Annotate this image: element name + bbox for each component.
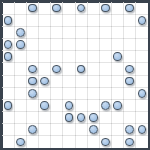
cell-r7c8[interactable] [88,76,99,87]
cell-r3c10[interactable] [112,27,123,38]
cell-r10c9[interactable] [100,112,111,123]
blue-stone[interactable] [101,101,110,110]
cell-r4c7[interactable] [76,39,87,50]
blue-stone[interactable] [4,40,13,49]
cell-r4c10[interactable] [112,39,123,50]
cell-r1c6[interactable] [63,3,74,14]
cell-r4c5[interactable] [51,39,62,50]
blue-stone[interactable] [40,77,49,86]
cell-r1c9[interactable] [100,3,111,14]
cell-r7c3[interactable] [27,76,38,87]
blue-stone[interactable] [138,125,147,134]
cell-r9c10[interactable] [112,100,123,111]
cell-r5c4[interactable] [39,51,50,62]
cell-r12c5[interactable] [51,136,62,147]
blue-stone[interactable] [28,4,37,13]
cell-r8c10[interactable] [112,88,123,99]
cell-r2c11[interactable] [124,15,135,26]
cell-r6c7[interactable] [76,63,87,74]
blue-stone[interactable] [16,40,25,49]
cell-r11c3[interactable] [27,124,38,135]
cell-r8c3[interactable] [27,88,38,99]
cell-r2c9[interactable] [100,15,111,26]
cell-r3c11[interactable] [124,27,135,38]
cell-r11c12[interactable] [136,124,147,135]
cell-r5c12[interactable] [136,51,147,62]
cell-r3c8[interactable] [88,27,99,38]
cell-r7c4[interactable] [39,76,50,87]
cell-r4c1[interactable] [3,39,14,50]
cell-r12c12[interactable] [136,136,147,147]
cell-r5c9[interactable] [100,51,111,62]
blue-stone[interactable] [89,113,98,122]
cell-r6c10[interactable] [112,63,123,74]
cell-r1c12[interactable] [136,3,147,14]
cell-r5c2[interactable] [15,51,26,62]
cell-r11c2[interactable] [15,124,26,135]
cell-r4c4[interactable] [39,39,50,50]
cell-r2c5[interactable] [51,15,62,26]
cell-r8c6[interactable] [63,88,74,99]
cell-r3c4[interactable] [39,27,50,38]
cell-r7c1[interactable] [3,76,14,87]
cell-r2c8[interactable] [88,15,99,26]
cell-r10c1[interactable] [3,112,14,123]
blue-stone[interactable] [101,138,110,147]
cell-r5c7[interactable] [76,51,87,62]
cell-r11c11[interactable] [124,124,135,135]
cell-r3c3[interactable] [27,27,38,38]
cell-r4c6[interactable] [63,39,74,50]
cell-r2c12[interactable] [136,15,147,26]
cell-r6c3[interactable] [27,63,38,74]
cell-r6c6[interactable] [63,63,74,74]
cell-r2c4[interactable] [39,15,50,26]
cell-r6c11[interactable] [124,63,135,74]
cell-r3c12[interactable] [136,27,147,38]
cell-r2c7[interactable] [76,15,87,26]
cell-r5c10[interactable] [112,51,123,62]
blue-stone[interactable] [125,4,134,13]
cell-r7c7[interactable] [76,76,87,87]
blue-stone[interactable] [4,101,13,110]
cell-r6c4[interactable] [39,63,50,74]
cell-r2c1[interactable] [3,15,14,26]
cell-r12c2[interactable] [15,136,26,147]
cell-r5c1[interactable] [3,51,14,62]
cell-r12c8[interactable] [88,136,99,147]
cell-r1c8[interactable] [88,3,99,14]
cell-r2c2[interactable] [15,15,26,26]
cell-r9c5[interactable] [51,100,62,111]
cell-r8c9[interactable] [100,88,111,99]
cell-r9c6[interactable] [63,100,74,111]
cell-r5c8[interactable] [88,51,99,62]
cell-r8c7[interactable] [76,88,87,99]
cell-r7c11[interactable] [124,76,135,87]
cell-r7c5[interactable] [51,76,62,87]
blue-stone[interactable] [65,101,74,110]
cell-r6c5[interactable] [51,63,62,74]
cell-r4c11[interactable] [124,39,135,50]
cell-r5c5[interactable] [51,51,62,62]
cell-r7c2[interactable] [15,76,26,87]
cell-r3c2[interactable] [15,27,26,38]
cell-r7c9[interactable] [100,76,111,87]
cell-r8c4[interactable] [39,88,50,99]
cell-r6c8[interactable] [88,63,99,74]
cell-r3c9[interactable] [100,27,111,38]
cell-r10c10[interactable] [112,112,123,123]
cell-r3c6[interactable] [63,27,74,38]
cell-r12c7[interactable] [76,136,87,147]
cell-r1c11[interactable] [124,3,135,14]
cell-r4c8[interactable] [88,39,99,50]
cell-r11c6[interactable] [63,124,74,135]
cell-r2c6[interactable] [63,15,74,26]
cell-r6c1[interactable] [3,63,14,74]
cell-r8c12[interactable] [136,88,147,99]
cell-r12c4[interactable] [39,136,50,147]
cell-r6c2[interactable] [15,63,26,74]
cell-r7c12[interactable] [136,76,147,87]
blue-stone[interactable] [113,101,122,110]
cell-r7c10[interactable] [112,76,123,87]
cell-r8c5[interactable] [51,88,62,99]
cell-r3c7[interactable] [76,27,87,38]
cell-r11c5[interactable] [51,124,62,135]
cell-r10c3[interactable] [27,112,38,123]
cell-r11c10[interactable] [112,124,123,135]
cell-r11c1[interactable] [3,124,14,135]
cell-r12c9[interactable] [100,136,111,147]
cell-r9c3[interactable] [27,100,38,111]
blue-stone[interactable] [125,125,134,134]
cell-r12c10[interactable] [112,136,123,147]
cell-r3c5[interactable] [51,27,62,38]
blue-stone[interactable] [125,77,134,86]
cell-r9c4[interactable] [39,100,50,111]
cell-r9c8[interactable] [88,100,99,111]
blue-stone[interactable] [138,16,147,25]
cell-r8c1[interactable] [3,88,14,99]
blue-stone[interactable] [77,4,86,13]
blue-stone[interactable] [16,138,25,147]
cell-r1c10[interactable] [112,3,123,14]
cell-r2c3[interactable] [27,15,38,26]
cell-r1c7[interactable] [76,3,87,14]
blue-stone[interactable] [40,101,49,110]
cell-r9c9[interactable] [100,100,111,111]
cell-r2c10[interactable] [112,15,123,26]
cell-r10c5[interactable] [51,112,62,123]
blue-stone[interactable] [125,65,134,74]
cell-r9c1[interactable] [3,100,14,111]
cell-r8c2[interactable] [15,88,26,99]
cell-r12c1[interactable] [3,136,14,147]
cell-r11c4[interactable] [39,124,50,135]
cell-r4c3[interactable] [27,39,38,50]
cell-r10c12[interactable] [136,112,147,123]
blue-stone[interactable] [138,89,147,98]
cell-r11c8[interactable] [88,124,99,135]
cell-r1c5[interactable] [51,3,62,14]
cell-r4c12[interactable] [136,39,147,50]
cell-r11c7[interactable] [76,124,87,135]
blue-stone[interactable] [28,77,37,86]
cell-r12c3[interactable] [27,136,38,147]
blue-stone[interactable] [4,16,13,25]
cell-r8c11[interactable] [124,88,135,99]
blue-stone[interactable] [77,113,86,122]
blue-stone[interactable] [52,4,61,13]
cell-r10c11[interactable] [124,112,135,123]
cell-r9c12[interactable] [136,100,147,111]
cell-r1c4[interactable] [39,3,50,14]
cell-r9c7[interactable] [76,100,87,111]
blue-stone[interactable] [28,125,37,134]
blue-stone[interactable] [77,65,86,74]
cell-r9c2[interactable] [15,100,26,111]
cell-r4c2[interactable] [15,39,26,50]
puzzle-board [0,0,150,150]
blue-stone[interactable] [4,52,13,61]
cell-r5c3[interactable] [27,51,38,62]
blue-stone[interactable] [125,138,134,147]
cell-r4c9[interactable] [100,39,111,50]
cell-r5c6[interactable] [63,51,74,62]
blue-stone[interactable] [52,65,61,74]
cell-r10c6[interactable] [63,112,74,123]
cell-r9c11[interactable] [124,100,135,111]
cell-r1c3[interactable] [27,3,38,14]
cell-r11c9[interactable] [100,124,111,135]
cell-r7c6[interactable] [63,76,74,87]
cell-r10c7[interactable] [76,112,87,123]
cell-r6c9[interactable] [100,63,111,74]
cell-r6c12[interactable] [136,63,147,74]
blue-stone[interactable] [89,125,98,134]
cell-r8c8[interactable] [88,88,99,99]
cell-r10c4[interactable] [39,112,50,123]
blue-stone[interactable] [113,52,122,61]
blue-stone[interactable] [28,89,37,98]
cell-r1c1[interactable] [3,3,14,14]
blue-stone[interactable] [65,113,74,122]
cell-r1c2[interactable] [15,3,26,14]
cell-r12c11[interactable] [124,136,135,147]
blue-stone[interactable] [101,4,110,13]
cell-r10c2[interactable] [15,112,26,123]
cell-r12c6[interactable] [63,136,74,147]
blue-stone[interactable] [28,65,37,74]
cell-r3c1[interactable] [3,27,14,38]
blue-stone[interactable] [16,28,25,37]
cell-r10c8[interactable] [88,112,99,123]
cell-r5c11[interactable] [124,51,135,62]
board-grid [3,3,148,148]
